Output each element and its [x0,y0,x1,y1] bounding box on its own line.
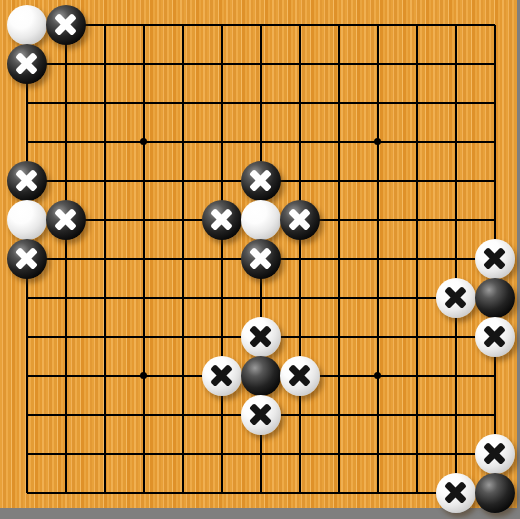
intersection-B8[interactable] [46,200,85,239]
intersection-K3[interactable] [358,395,397,434]
intersection-D6[interactable] [124,278,163,317]
marked-white-stone-H4 [280,356,320,396]
intersection-B12[interactable] [46,44,85,83]
intersection-C11[interactable] [85,83,124,122]
intersection-J7[interactable] [319,239,358,278]
intersection-F10[interactable] [202,122,241,161]
intersection-G4[interactable] [241,356,280,395]
intersection-B6[interactable] [46,278,85,317]
intersection-J9[interactable] [319,161,358,200]
marked-white-stone-N7 [475,239,515,279]
marked-black-stone-G9 [241,161,281,201]
intersection-H1[interactable] [280,473,319,512]
intersection-L6[interactable] [397,278,436,317]
marked-white-stone-G3 [241,395,281,435]
intersection-B1[interactable] [46,473,85,512]
intersection-A13[interactable] [7,5,46,44]
intersection-J2[interactable] [319,434,358,473]
intersection-G10[interactable] [241,122,280,161]
intersection-N6[interactable] [475,278,514,317]
intersection-H13[interactable] [280,5,319,44]
intersection-L13[interactable] [397,5,436,44]
intersection-J12[interactable] [319,44,358,83]
marked-black-stone-B8 [46,200,86,240]
intersection-L7[interactable] [397,239,436,278]
intersection-A8[interactable] [7,200,46,239]
intersection-N5[interactable] [475,317,514,356]
intersection-K11[interactable] [358,83,397,122]
intersection-J1[interactable] [319,473,358,512]
intersection-G11[interactable] [241,83,280,122]
intersection-A6[interactable] [7,278,46,317]
intersection-B3[interactable] [46,395,85,434]
black-stone-N1 [475,473,515,513]
intersection-C9[interactable] [85,161,124,200]
intersection-M7[interactable] [436,239,475,278]
intersection-H8[interactable] [280,200,319,239]
star-point [374,138,381,145]
intersection-N10[interactable] [475,122,514,161]
intersection-M12[interactable] [436,44,475,83]
intersection-K6[interactable] [358,278,397,317]
intersection-C12[interactable] [85,44,124,83]
go-board [0,0,517,508]
intersection-M3[interactable] [436,395,475,434]
intersection-M9[interactable] [436,161,475,200]
intersection-E1[interactable] [163,473,202,512]
intersection-L1[interactable] [397,473,436,512]
intersection-A3[interactable] [7,395,46,434]
intersection-C13[interactable] [85,5,124,44]
intersection-E8[interactable] [163,200,202,239]
intersection-K10[interactable] [358,122,397,161]
intersection-E4[interactable] [163,356,202,395]
intersection-G5[interactable] [241,317,280,356]
intersection-B7[interactable] [46,239,85,278]
intersection-B4[interactable] [46,356,85,395]
intersection-C3[interactable] [85,395,124,434]
intersection-E5[interactable] [163,317,202,356]
intersection-D4[interactable] [124,356,163,395]
intersection-D3[interactable] [124,395,163,434]
intersection-D5[interactable] [124,317,163,356]
intersection-N12[interactable] [475,44,514,83]
intersection-N9[interactable] [475,161,514,200]
intersection-M13[interactable] [436,5,475,44]
intersection-A1[interactable] [7,473,46,512]
intersection-C1[interactable] [85,473,124,512]
intersection-J4[interactable] [319,356,358,395]
marked-black-stone-G7 [241,239,281,279]
intersection-H12[interactable] [280,44,319,83]
marked-white-stone-F4 [202,356,242,396]
intersection-H6[interactable] [280,278,319,317]
intersection-N2[interactable] [475,434,514,473]
intersection-C10[interactable] [85,122,124,161]
intersection-F7[interactable] [202,239,241,278]
intersection-F2[interactable] [202,434,241,473]
marked-white-stone-G5 [241,317,281,357]
intersection-E7[interactable] [163,239,202,278]
intersection-G9[interactable] [241,161,280,200]
intersection-E10[interactable] [163,122,202,161]
intersection-A11[interactable] [7,83,46,122]
white-stone-A13 [7,5,47,45]
intersection-D7[interactable] [124,239,163,278]
intersection-M2[interactable] [436,434,475,473]
intersection-N11[interactable] [475,83,514,122]
intersection-G7[interactable] [241,239,280,278]
intersection-F4[interactable] [202,356,241,395]
intersection-J3[interactable] [319,395,358,434]
intersection-A10[interactable] [7,122,46,161]
intersection-G12[interactable] [241,44,280,83]
intersection-A4[interactable] [7,356,46,395]
intersection-H10[interactable] [280,122,319,161]
intersection-J11[interactable] [319,83,358,122]
white-stone-A8 [7,200,47,240]
intersection-H11[interactable] [280,83,319,122]
intersection-H3[interactable] [280,395,319,434]
intersection-B2[interactable] [46,434,85,473]
intersection-M1[interactable] [436,473,475,512]
intersection-G2[interactable] [241,434,280,473]
intersection-K8[interactable] [358,200,397,239]
intersection-E3[interactable] [163,395,202,434]
intersection-D9[interactable] [124,161,163,200]
intersection-J5[interactable] [319,317,358,356]
intersection-J13[interactable] [319,5,358,44]
black-stone-G4 [241,356,281,396]
intersection-G1[interactable] [241,473,280,512]
intersection-K13[interactable] [358,5,397,44]
intersection-C7[interactable] [85,239,124,278]
intersection-B13[interactable] [46,5,85,44]
intersection-L3[interactable] [397,395,436,434]
marked-black-stone-A9 [7,161,47,201]
intersection-A9[interactable] [7,161,46,200]
intersection-L11[interactable] [397,83,436,122]
intersection-K5[interactable] [358,317,397,356]
marked-black-stone-F8 [202,200,242,240]
star-point [374,372,381,379]
intersection-F6[interactable] [202,278,241,317]
intersection-N13[interactable] [475,5,514,44]
intersection-N1[interactable] [475,473,514,512]
intersection-M4[interactable] [436,356,475,395]
marked-white-stone-N5 [475,317,515,357]
intersection-D13[interactable] [124,5,163,44]
intersection-E13[interactable] [163,5,202,44]
intersection-G6[interactable] [241,278,280,317]
intersection-H4[interactable] [280,356,319,395]
marked-white-stone-M6 [436,278,476,318]
intersection-N8[interactable] [475,200,514,239]
intersection-E12[interactable] [163,44,202,83]
intersection-F8[interactable] [202,200,241,239]
intersection-L5[interactable] [397,317,436,356]
intersection-N7[interactable] [475,239,514,278]
intersection-H7[interactable] [280,239,319,278]
intersection-K9[interactable] [358,161,397,200]
intersection-B10[interactable] [46,122,85,161]
intersection-E9[interactable] [163,161,202,200]
intersection-G8[interactable] [241,200,280,239]
intersection-H5[interactable] [280,317,319,356]
intersection-J10[interactable] [319,122,358,161]
intersection-F12[interactable] [202,44,241,83]
intersection-D11[interactable] [124,83,163,122]
intersection-C8[interactable] [85,200,124,239]
intersection-D2[interactable] [124,434,163,473]
intersection-E11[interactable] [163,83,202,122]
intersection-K12[interactable] [358,44,397,83]
intersection-F13[interactable] [202,5,241,44]
intersection-M5[interactable] [436,317,475,356]
intersection-N3[interactable] [475,395,514,434]
intersection-J6[interactable] [319,278,358,317]
intersection-F1[interactable] [202,473,241,512]
intersection-H9[interactable] [280,161,319,200]
intersection-B9[interactable] [46,161,85,200]
intersection-M6[interactable] [436,278,475,317]
intersection-J8[interactable] [319,200,358,239]
intersection-F9[interactable] [202,161,241,200]
intersection-K4[interactable] [358,356,397,395]
intersection-L12[interactable] [397,44,436,83]
intersection-L4[interactable] [397,356,436,395]
intersection-H2[interactable] [280,434,319,473]
intersection-C5[interactable] [85,317,124,356]
intersection-E2[interactable] [163,434,202,473]
intersection-C6[interactable] [85,278,124,317]
marked-white-stone-M1 [436,473,476,513]
intersection-A12[interactable] [7,44,46,83]
star-point [140,372,147,379]
intersection-L10[interactable] [397,122,436,161]
intersection-A7[interactable] [7,239,46,278]
black-stone-N6 [475,278,515,318]
intersection-N4[interactable] [475,356,514,395]
intersection-D1[interactable] [124,473,163,512]
marked-black-stone-H8 [280,200,320,240]
intersection-C4[interactable] [85,356,124,395]
intersection-F5[interactable] [202,317,241,356]
intersection-E6[interactable] [163,278,202,317]
intersection-B5[interactable] [46,317,85,356]
marked-black-stone-A7 [7,239,47,279]
intersection-K2[interactable] [358,434,397,473]
marked-black-stone-B13 [46,5,86,45]
intersection-L9[interactable] [397,161,436,200]
intersection-K1[interactable] [358,473,397,512]
intersection-G3[interactable] [241,395,280,434]
intersection-F3[interactable] [202,395,241,434]
intersection-M10[interactable] [436,122,475,161]
intersection-M8[interactable] [436,200,475,239]
intersection-K7[interactable] [358,239,397,278]
intersection-F11[interactable] [202,83,241,122]
intersection-B11[interactable] [46,83,85,122]
intersection-D8[interactable] [124,200,163,239]
white-stone-G8 [241,200,281,240]
intersection-D10[interactable] [124,122,163,161]
intersection-A5[interactable] [7,317,46,356]
intersection-C2[interactable] [85,434,124,473]
marked-black-stone-A12 [7,44,47,84]
go-board-frame [0,0,520,519]
intersection-D12[interactable] [124,44,163,83]
star-point [140,138,147,145]
intersection-A2[interactable] [7,434,46,473]
board-grid [7,5,514,512]
marked-white-stone-N2 [475,434,515,474]
intersection-L8[interactable] [397,200,436,239]
intersection-M11[interactable] [436,83,475,122]
intersection-L2[interactable] [397,434,436,473]
intersection-G13[interactable] [241,5,280,44]
